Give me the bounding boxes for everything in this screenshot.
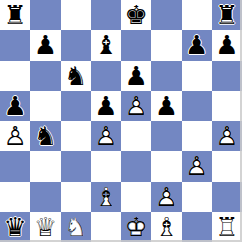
black-knight: ♞ xyxy=(30,121,60,151)
square-d5[interactable]: ♟ xyxy=(91,91,121,121)
square-h3[interactable] xyxy=(212,151,242,181)
square-c8[interactable] xyxy=(61,0,91,30)
white-bishop: ♝♗ xyxy=(91,182,121,212)
square-g6[interactable] xyxy=(182,61,212,91)
black-pawn: ♟ xyxy=(121,61,151,91)
square-c4[interactable] xyxy=(61,121,91,151)
square-h5[interactable] xyxy=(212,91,242,121)
black-pawn-glyph: ♟ xyxy=(30,30,60,60)
square-a4[interactable]: ♟♙ xyxy=(0,121,30,151)
black-king-glyph: ♚ xyxy=(121,0,151,30)
white-pawn: ♟♙ xyxy=(182,151,212,181)
black-queen: ♛ xyxy=(0,212,30,242)
square-e2[interactable] xyxy=(121,182,151,212)
square-g3[interactable]: ♟♙ xyxy=(182,151,212,181)
white-knight: ♞♘ xyxy=(61,212,91,242)
square-a1[interactable]: ♛ xyxy=(0,212,30,242)
square-e7[interactable] xyxy=(121,30,151,60)
square-b8[interactable] xyxy=(30,0,60,30)
black-king: ♚ xyxy=(121,0,151,30)
black-bishop: ♝ xyxy=(91,30,121,60)
square-b3[interactable] xyxy=(30,151,60,181)
black-pawn-glyph: ♟ xyxy=(121,61,151,91)
square-f5[interactable]: ♟ xyxy=(151,91,181,121)
square-a5[interactable]: ♟ xyxy=(0,91,30,121)
square-c2[interactable] xyxy=(61,182,91,212)
black-rook: ♜ xyxy=(212,0,242,30)
black-rook-glyph: ♜ xyxy=(0,0,30,30)
white-pawn: ♟♙ xyxy=(121,91,151,121)
black-pawn-glyph: ♟ xyxy=(212,30,242,60)
black-pawn-glyph: ♟ xyxy=(0,91,30,121)
square-b5[interactable] xyxy=(30,91,60,121)
square-f1[interactable]: ♝♗ xyxy=(151,212,181,242)
black-pawn-glyph: ♟ xyxy=(91,91,121,121)
square-c3[interactable] xyxy=(61,151,91,181)
white-bishop: ♝♗ xyxy=(151,212,181,242)
white-pawn: ♟♙ xyxy=(91,121,121,151)
square-a7[interactable] xyxy=(0,30,30,60)
square-h2[interactable] xyxy=(212,182,242,212)
square-a8[interactable]: ♜ xyxy=(0,0,30,30)
white-king: ♚♔ xyxy=(121,212,151,242)
white-knight-glyph: ♘ xyxy=(61,212,91,242)
square-c5[interactable] xyxy=(61,91,91,121)
square-g4[interactable] xyxy=(182,121,212,151)
square-f2[interactable]: ♟♙ xyxy=(151,182,181,212)
black-pawn: ♟ xyxy=(91,91,121,121)
square-e5[interactable]: ♟♙ xyxy=(121,91,151,121)
white-pawn-glyph: ♙ xyxy=(0,121,30,151)
square-g5[interactable] xyxy=(182,91,212,121)
square-e3[interactable] xyxy=(121,151,151,181)
square-h7[interactable]: ♟ xyxy=(212,30,242,60)
square-b2[interactable] xyxy=(30,182,60,212)
square-b7[interactable]: ♟ xyxy=(30,30,60,60)
square-h8[interactable]: ♜ xyxy=(212,0,242,30)
white-rook-glyph: ♖ xyxy=(212,212,242,242)
square-a2[interactable] xyxy=(0,182,30,212)
square-e1[interactable]: ♚♔ xyxy=(121,212,151,242)
white-bishop-glyph: ♗ xyxy=(151,212,181,242)
square-d7[interactable]: ♝ xyxy=(91,30,121,60)
black-queen-glyph: ♛ xyxy=(0,212,30,242)
square-d6[interactable] xyxy=(91,61,121,91)
black-knight-glyph: ♞ xyxy=(30,121,60,151)
square-h4[interactable]: ♟♙ xyxy=(212,121,242,151)
white-pawn: ♟♙ xyxy=(212,121,242,151)
white-pawn-glyph: ♙ xyxy=(212,121,242,151)
black-knight: ♞ xyxy=(61,61,91,91)
square-g7[interactable]: ♟ xyxy=(182,30,212,60)
square-h6[interactable] xyxy=(212,61,242,91)
black-knight-glyph: ♞ xyxy=(61,61,91,91)
black-bishop-glyph: ♝ xyxy=(91,30,121,60)
white-pawn: ♟♙ xyxy=(0,121,30,151)
square-f8[interactable] xyxy=(151,0,181,30)
square-a3[interactable] xyxy=(0,151,30,181)
square-d4[interactable]: ♟♙ xyxy=(91,121,121,151)
black-rook-glyph: ♜ xyxy=(212,0,242,30)
square-d1[interactable] xyxy=(91,212,121,242)
white-bishop-glyph: ♗ xyxy=(91,182,121,212)
square-f4[interactable] xyxy=(151,121,181,151)
black-pawn-glyph: ♟ xyxy=(151,91,181,121)
square-b4[interactable]: ♞ xyxy=(30,121,60,151)
white-rook: ♜♖ xyxy=(212,212,242,242)
square-d8[interactable] xyxy=(91,0,121,30)
square-g1[interactable] xyxy=(182,212,212,242)
black-pawn: ♟ xyxy=(151,91,181,121)
black-pawn: ♟ xyxy=(182,30,212,60)
square-e4[interactable] xyxy=(121,121,151,151)
white-pawn-glyph: ♙ xyxy=(151,182,181,212)
square-d2[interactable]: ♝♗ xyxy=(91,182,121,212)
white-pawn-glyph: ♙ xyxy=(121,91,151,121)
black-pawn: ♟ xyxy=(0,91,30,121)
square-b1[interactable]: ♛♕ xyxy=(30,212,60,242)
square-b6[interactable] xyxy=(30,61,60,91)
black-rook: ♜ xyxy=(0,0,30,30)
square-f3[interactable] xyxy=(151,151,181,181)
black-pawn-glyph: ♟ xyxy=(182,30,212,60)
square-f6[interactable] xyxy=(151,61,181,91)
square-c1[interactable]: ♞♘ xyxy=(61,212,91,242)
square-c7[interactable] xyxy=(61,30,91,60)
white-pawn: ♟♙ xyxy=(151,182,181,212)
square-f7[interactable] xyxy=(151,30,181,60)
white-queen: ♛♕ xyxy=(30,212,60,242)
square-g8[interactable] xyxy=(182,0,212,30)
white-pawn-glyph: ♙ xyxy=(91,121,121,151)
square-e8[interactable]: ♚ xyxy=(121,0,151,30)
white-king-glyph: ♔ xyxy=(121,212,151,242)
square-d3[interactable] xyxy=(91,151,121,181)
white-queen-glyph: ♕ xyxy=(30,212,60,242)
black-pawn: ♟ xyxy=(30,30,60,60)
white-pawn-glyph: ♙ xyxy=(182,151,212,181)
square-h1[interactable]: ♜♖ xyxy=(212,212,242,242)
square-e6[interactable]: ♟ xyxy=(121,61,151,91)
square-c6[interactable]: ♞ xyxy=(61,61,91,91)
square-a6[interactable] xyxy=(0,61,30,91)
square-g2[interactable] xyxy=(182,182,212,212)
black-pawn: ♟ xyxy=(212,30,242,60)
chess-board: ♜♚♜♟♝♟♟♞♟♟♟♟♙♟♟♙♞♟♙♟♙♟♙♝♗♟♙♛♛♕♞♘♚♔♝♗♜♖ xyxy=(0,0,242,242)
